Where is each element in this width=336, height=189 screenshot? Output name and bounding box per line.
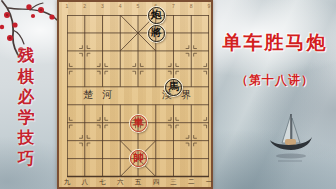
file-label-bottom: 一 bbox=[206, 178, 213, 187]
black-horse[interactable]: 馬 bbox=[165, 79, 182, 96]
red-chariot[interactable]: 車 bbox=[130, 115, 147, 132]
river-label-left: 楚河 bbox=[83, 88, 121, 102]
file-label-top: 7 bbox=[172, 3, 175, 9]
file-label-top: 8 bbox=[190, 3, 193, 9]
boat-icon bbox=[268, 112, 314, 166]
black-file-labels: 123456789 bbox=[59, 2, 211, 11]
banner-char: 学 bbox=[13, 108, 39, 129]
banner-char: 棋 bbox=[13, 67, 39, 88]
red-file-labels: 九八七六五四三二一 bbox=[59, 178, 211, 187]
banner-char: 残 bbox=[13, 46, 39, 67]
file-label-bottom: 八 bbox=[82, 178, 89, 187]
black-general[interactable]: 將 bbox=[148, 25, 165, 42]
page-title: 单车胜马炮 bbox=[216, 30, 334, 56]
file-label-bottom: 七 bbox=[99, 178, 106, 187]
file-label-bottom: 四 bbox=[153, 178, 160, 187]
xiangqi-board[interactable]: 123456789 楚河 漢界 炮將馬車帥 九八七六五四三二一 bbox=[57, 0, 213, 189]
file-label-bottom: 五 bbox=[135, 178, 142, 187]
banner-char: 必 bbox=[13, 87, 39, 108]
file-label-top: 2 bbox=[83, 3, 86, 9]
page-subtitle: （第十八讲） bbox=[216, 72, 334, 89]
file-label-bottom: 三 bbox=[170, 178, 177, 187]
title-block: 单车胜马炮 （第十八讲） bbox=[216, 30, 334, 89]
file-label-bottom: 二 bbox=[188, 178, 195, 187]
file-label-top: 9 bbox=[208, 3, 211, 9]
black-cannon[interactable]: 炮 bbox=[148, 7, 165, 24]
file-label-bottom: 六 bbox=[117, 178, 124, 187]
file-label-bottom: 九 bbox=[64, 178, 71, 187]
file-label-top: 3 bbox=[101, 3, 104, 9]
file-label-top: 4 bbox=[119, 3, 122, 9]
banner-char: 技 bbox=[13, 128, 39, 149]
banner-char: 巧 bbox=[13, 149, 39, 170]
file-label-top: 1 bbox=[66, 3, 69, 9]
left-banner: 残棋必学技巧 bbox=[13, 46, 39, 170]
screen: 残棋必学技巧 123456789 楚河 漢界 炮將馬車帥 九八七六五四三二一 单… bbox=[0, 0, 336, 189]
file-label-top: 5 bbox=[137, 3, 140, 9]
